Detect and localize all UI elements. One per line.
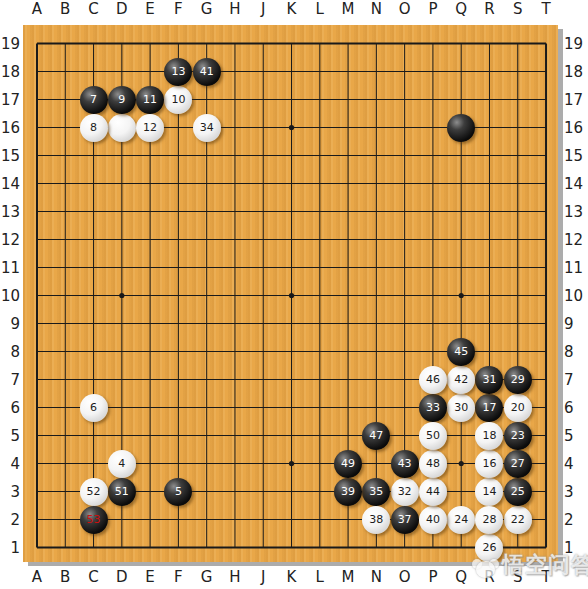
move-number: 52 xyxy=(87,486,101,497)
move-number: 14 xyxy=(482,486,496,497)
stone-G18: 41 xyxy=(193,58,221,86)
column-label-top-H: H xyxy=(224,1,246,17)
row-label-left-9: 9 xyxy=(0,316,20,332)
move-number: 13 xyxy=(171,66,185,77)
stone-P2: 40 xyxy=(419,506,447,534)
move-number: 4 xyxy=(118,458,125,469)
stone-D4: 4 xyxy=(108,450,136,478)
stone-N3: 35 xyxy=(362,478,390,506)
move-number: 12 xyxy=(143,122,157,133)
column-label-bottom-K: K xyxy=(281,569,303,585)
stone-R3: 14 xyxy=(475,478,503,506)
move-number: 47 xyxy=(369,430,383,441)
column-label-top-F: F xyxy=(167,1,189,17)
move-number: 7 xyxy=(90,94,97,105)
row-label-right-19: 19 xyxy=(564,36,588,52)
row-label-right-16: 16 xyxy=(564,120,588,136)
move-number: 28 xyxy=(482,514,496,525)
stone-C16: 8 xyxy=(80,114,108,142)
move-number: 38 xyxy=(369,514,383,525)
move-number: 50 xyxy=(426,430,440,441)
row-label-right-18: 18 xyxy=(564,64,588,80)
column-label-bottom-Q: Q xyxy=(450,569,472,585)
stone-F18: 13 xyxy=(164,58,192,86)
column-label-bottom-O: O xyxy=(394,569,416,585)
move-number: 11 xyxy=(143,94,157,105)
move-number: 31 xyxy=(482,374,496,385)
stone-R5: 18 xyxy=(475,422,503,450)
column-label-top-K: K xyxy=(281,1,303,17)
row-label-right-2: 2 xyxy=(564,512,588,528)
stone-O2: 37 xyxy=(391,506,419,534)
column-label-bottom-G: G xyxy=(196,569,218,585)
row-label-left-10: 10 xyxy=(0,288,20,304)
row-label-right-11: 11 xyxy=(564,260,588,276)
column-label-top-N: N xyxy=(365,1,387,17)
stone-M4: 49 xyxy=(334,450,362,478)
column-label-bottom-E: E xyxy=(139,569,161,585)
row-label-left-5: 5 xyxy=(0,428,20,444)
stone-N2: 38 xyxy=(362,506,390,534)
row-label-left-15: 15 xyxy=(0,148,20,164)
move-number: 27 xyxy=(511,458,525,469)
stone-F3: 5 xyxy=(164,478,192,506)
column-label-bottom-C: C xyxy=(83,569,105,585)
stone-D16 xyxy=(108,114,136,142)
stone-M3: 39 xyxy=(334,478,362,506)
row-label-right-4: 4 xyxy=(564,456,588,472)
stone-S6: 20 xyxy=(504,394,532,422)
star-point-Q4 xyxy=(459,461,464,466)
row-label-right-12: 12 xyxy=(564,232,588,248)
stone-R6: 17 xyxy=(475,394,503,422)
row-label-right-7: 7 xyxy=(564,372,588,388)
column-label-top-L: L xyxy=(309,1,331,17)
move-number: 23 xyxy=(511,430,525,441)
column-label-top-R: R xyxy=(478,1,500,17)
stone-N5: 47 xyxy=(362,422,390,450)
move-number: 20 xyxy=(511,402,525,413)
column-label-top-D: D xyxy=(111,1,133,17)
move-number: 34 xyxy=(200,122,214,133)
move-number: 18 xyxy=(482,430,496,441)
stone-E16: 12 xyxy=(136,114,164,142)
stone-C17: 7 xyxy=(80,86,108,114)
column-label-top-E: E xyxy=(139,1,161,17)
stone-S3: 25 xyxy=(504,478,532,506)
monkey-face-icon xyxy=(472,553,499,580)
move-number: 35 xyxy=(369,486,383,497)
row-label-left-8: 8 xyxy=(0,344,20,360)
stone-Q7: 42 xyxy=(447,366,475,394)
row-label-right-3: 3 xyxy=(564,484,588,500)
row-label-right-10: 10 xyxy=(564,288,588,304)
row-label-left-19: 19 xyxy=(0,36,20,52)
row-label-left-11: 11 xyxy=(0,260,20,276)
move-number: 25 xyxy=(511,486,525,497)
move-number: 22 xyxy=(511,514,525,525)
column-label-bottom-M: M xyxy=(337,569,359,585)
move-number: 44 xyxy=(426,486,440,497)
row-label-right-6: 6 xyxy=(564,400,588,416)
stone-C3: 52 xyxy=(80,478,108,506)
row-label-left-12: 12 xyxy=(0,232,20,248)
row-label-left-14: 14 xyxy=(0,176,20,192)
move-number: 45 xyxy=(454,346,468,357)
move-number: 48 xyxy=(426,458,440,469)
move-number: 40 xyxy=(426,514,440,525)
column-label-bottom-N: N xyxy=(365,569,387,585)
row-label-right-13: 13 xyxy=(564,204,588,220)
row-label-right-17: 17 xyxy=(564,92,588,108)
row-label-left-6: 6 xyxy=(0,400,20,416)
stone-E17: 11 xyxy=(136,86,164,114)
row-label-right-8: 8 xyxy=(564,344,588,360)
star-point-Q10 xyxy=(459,293,464,298)
column-label-bottom-D: D xyxy=(111,569,133,585)
column-label-top-J: J xyxy=(252,1,274,17)
stone-Q2: 24 xyxy=(447,506,475,534)
stone-D3: 51 xyxy=(108,478,136,506)
row-label-left-4: 4 xyxy=(0,456,20,472)
go-board: 4567891011121314161718202223242526272829… xyxy=(23,25,558,562)
stone-P7: 46 xyxy=(419,366,447,394)
move-number: 33 xyxy=(426,402,440,413)
column-label-bottom-P: P xyxy=(422,569,444,585)
column-label-bottom-B: B xyxy=(54,569,76,585)
stone-D17: 9 xyxy=(108,86,136,114)
stone-P3: 44 xyxy=(419,478,447,506)
column-label-top-B: B xyxy=(54,1,76,17)
column-label-bottom-L: L xyxy=(309,569,331,585)
watermark: 悟空问答 xyxy=(472,550,588,580)
star-point-K16 xyxy=(289,125,294,130)
move-number: 39 xyxy=(341,486,355,497)
stone-O3: 32 xyxy=(391,478,419,506)
row-label-left-7: 7 xyxy=(0,372,20,388)
stone-C2: 53 xyxy=(80,506,108,534)
move-number: 32 xyxy=(398,486,412,497)
column-label-top-Q: Q xyxy=(450,1,472,17)
stone-S7: 29 xyxy=(504,366,532,394)
move-number: 5 xyxy=(175,486,182,497)
stone-R7: 31 xyxy=(475,366,503,394)
column-label-top-G: G xyxy=(196,1,218,17)
row-label-left-17: 17 xyxy=(0,92,20,108)
move-number: 6 xyxy=(90,402,97,413)
go-diagram-page: ABCDEFGHJKLMNOPQRST ABCDEFGHJKLMNOPQRST … xyxy=(0,0,588,589)
row-label-left-13: 13 xyxy=(0,204,20,220)
column-label-bottom-F: F xyxy=(167,569,189,585)
star-point-D10 xyxy=(119,293,124,298)
row-label-left-1: 1 xyxy=(0,540,20,556)
move-number: 37 xyxy=(398,514,412,525)
row-label-right-15: 15 xyxy=(564,148,588,164)
row-label-right-5: 5 xyxy=(564,428,588,444)
stone-C6: 6 xyxy=(80,394,108,422)
move-number: 29 xyxy=(511,374,525,385)
column-label-bottom-A: A xyxy=(26,569,48,585)
stone-R4: 16 xyxy=(475,450,503,478)
column-label-top-A: A xyxy=(26,1,48,17)
move-number: 9 xyxy=(118,94,125,105)
stone-P5: 50 xyxy=(419,422,447,450)
row-label-left-3: 3 xyxy=(0,484,20,500)
stone-S2: 22 xyxy=(504,506,532,534)
move-number: 51 xyxy=(115,486,129,497)
move-number: 43 xyxy=(398,458,412,469)
stone-Q6: 30 xyxy=(447,394,475,422)
stone-S4: 27 xyxy=(504,450,532,478)
move-number: 24 xyxy=(454,514,468,525)
row-label-left-18: 18 xyxy=(0,64,20,80)
stone-Q8: 45 xyxy=(447,338,475,366)
row-label-left-2: 2 xyxy=(0,512,20,528)
star-point-K4 xyxy=(289,461,294,466)
row-label-right-9: 9 xyxy=(564,316,588,332)
move-number: 46 xyxy=(426,374,440,385)
watermark-text: 悟空问答 xyxy=(502,550,588,580)
stone-R2: 28 xyxy=(475,506,503,534)
move-number: 10 xyxy=(171,94,185,105)
row-label-left-16: 16 xyxy=(0,120,20,136)
column-label-bottom-H: H xyxy=(224,569,246,585)
column-label-top-C: C xyxy=(83,1,105,17)
column-label-top-S: S xyxy=(507,1,529,17)
stone-O4: 43 xyxy=(391,450,419,478)
column-label-bottom-J: J xyxy=(252,569,274,585)
stone-P4: 48 xyxy=(419,450,447,478)
stone-G16: 34 xyxy=(193,114,221,142)
stone-Q16 xyxy=(447,114,475,142)
move-number: 42 xyxy=(454,374,468,385)
row-label-right-14: 14 xyxy=(564,176,588,192)
move-number: 8 xyxy=(90,122,97,133)
move-number: 16 xyxy=(482,458,496,469)
stone-P6: 33 xyxy=(419,394,447,422)
move-number: 49 xyxy=(341,458,355,469)
stone-S5: 23 xyxy=(504,422,532,450)
column-label-top-M: M xyxy=(337,1,359,17)
move-number: 30 xyxy=(454,402,468,413)
star-point-K10 xyxy=(289,293,294,298)
move-number: 53 xyxy=(87,514,101,525)
stone-F17: 10 xyxy=(164,86,192,114)
column-label-top-P: P xyxy=(422,1,444,17)
move-number: 41 xyxy=(200,66,214,77)
column-label-top-T: T xyxy=(535,1,557,17)
move-number: 17 xyxy=(482,402,496,413)
column-label-top-O: O xyxy=(394,1,416,17)
